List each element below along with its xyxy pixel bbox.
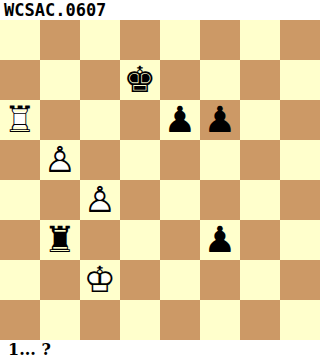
square-d7[interactable]: ♚ (120, 60, 160, 100)
square-b2[interactable] (40, 260, 80, 300)
square-b1[interactable] (40, 300, 80, 340)
square-h2[interactable] (280, 260, 320, 300)
piece-black-pawn: ♟ (204, 102, 236, 138)
square-c6[interactable] (80, 100, 120, 140)
square-d1[interactable] (120, 300, 160, 340)
square-c8[interactable] (80, 20, 120, 60)
square-f3[interactable]: ♟ (200, 220, 240, 260)
square-e8[interactable] (160, 20, 200, 60)
square-b4[interactable] (40, 180, 80, 220)
piece-black-pawn: ♟ (204, 222, 236, 258)
square-d5[interactable] (120, 140, 160, 180)
square-a8[interactable] (0, 20, 40, 60)
square-g3[interactable] (240, 220, 280, 260)
square-d2[interactable] (120, 260, 160, 300)
square-f2[interactable] (200, 260, 240, 300)
square-a3[interactable] (0, 220, 40, 260)
square-g1[interactable] (240, 300, 280, 340)
square-b7[interactable] (40, 60, 80, 100)
piece-white-pawn-fill: ♟ (44, 142, 76, 178)
square-d6[interactable] (120, 100, 160, 140)
square-f7[interactable] (200, 60, 240, 100)
square-f6[interactable]: ♟ (200, 100, 240, 140)
piece-white-pawn-fill: ♟ (84, 182, 116, 218)
piece-white-king-fill: ♚ (84, 262, 116, 298)
piece-white-rook-fill: ♜ (4, 102, 36, 138)
square-g7[interactable] (240, 60, 280, 100)
square-a1[interactable] (0, 300, 40, 340)
square-g4[interactable] (240, 180, 280, 220)
piece-black-rook: ♜ (44, 222, 76, 258)
square-h1[interactable] (280, 300, 320, 340)
square-f5[interactable] (200, 140, 240, 180)
square-b6[interactable] (40, 100, 80, 140)
square-e7[interactable] (160, 60, 200, 100)
square-e2[interactable] (160, 260, 200, 300)
square-d3[interactable] (120, 220, 160, 260)
square-f1[interactable] (200, 300, 240, 340)
diagram-title: WCSAC.0607 (0, 0, 320, 20)
piece-black-pawn: ♟ (164, 102, 196, 138)
square-a6[interactable]: ♜♖ (0, 100, 40, 140)
piece-white-pawn: ♙ (84, 182, 116, 218)
square-b5[interactable]: ♟♙ (40, 140, 80, 180)
square-e3[interactable] (160, 220, 200, 260)
square-c7[interactable] (80, 60, 120, 100)
square-f8[interactable] (200, 20, 240, 60)
square-a2[interactable] (0, 260, 40, 300)
chess-board: ♚♜♖♟♟♟♙♟♙♜♟♚♔ (0, 20, 320, 340)
square-a4[interactable] (0, 180, 40, 220)
square-a5[interactable] (0, 140, 40, 180)
square-h8[interactable] (280, 20, 320, 60)
square-b8[interactable] (40, 20, 80, 60)
square-e5[interactable] (160, 140, 200, 180)
square-e4[interactable] (160, 180, 200, 220)
square-d4[interactable] (120, 180, 160, 220)
square-e6[interactable]: ♟ (160, 100, 200, 140)
square-f4[interactable] (200, 180, 240, 220)
piece-white-pawn: ♙ (44, 142, 76, 178)
square-c3[interactable] (80, 220, 120, 260)
square-c1[interactable] (80, 300, 120, 340)
square-c2[interactable]: ♚♔ (80, 260, 120, 300)
piece-white-king: ♔ (84, 262, 116, 298)
square-h4[interactable] (280, 180, 320, 220)
square-c5[interactable] (80, 140, 120, 180)
piece-black-king: ♚ (124, 62, 156, 98)
square-g5[interactable] (240, 140, 280, 180)
square-e1[interactable] (160, 300, 200, 340)
square-d8[interactable] (120, 20, 160, 60)
square-h6[interactable] (280, 100, 320, 140)
square-c4[interactable]: ♟♙ (80, 180, 120, 220)
square-h3[interactable] (280, 220, 320, 260)
square-b3[interactable]: ♜ (40, 220, 80, 260)
piece-white-rook: ♖ (4, 102, 36, 138)
square-g6[interactable] (240, 100, 280, 140)
square-g2[interactable] (240, 260, 280, 300)
square-h5[interactable] (280, 140, 320, 180)
move-prompt: 1... ? (0, 340, 320, 360)
square-g8[interactable] (240, 20, 280, 60)
square-a7[interactable] (0, 60, 40, 100)
square-h7[interactable] (280, 60, 320, 100)
